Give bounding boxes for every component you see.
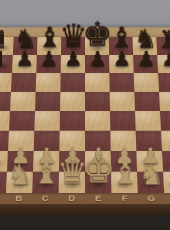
piece-white-queen-d1[interactable]: ♛ — [59, 172, 85, 193]
piece-black-pawn-b7[interactable]: ♟ — [12, 55, 37, 73]
black-pawn-glyph: ♟ — [15, 49, 33, 69]
black-pawn-glyph: ♟ — [161, 49, 170, 69]
black-pawn-glyph: ♟ — [112, 49, 130, 69]
white-king-glyph: ♚ — [82, 152, 115, 189]
piece-white-knight-b1[interactable]: ♞ — [6, 172, 33, 193]
piece-black-pawn-a7[interactable]: ♟ — [0, 55, 13, 73]
piece-white-king-e1[interactable]: ♚ — [85, 172, 111, 193]
chess-scene: ABCDEFGH ♜♞♝♛♚♝♞♜♟♟♟♟♟♟♟♟♟♟♟♟♟♟♟♟♜♞♝♛♚♝♞… — [0, 0, 170, 230]
piece-black-pawn-c7[interactable]: ♟ — [36, 55, 61, 73]
white-knight-glyph: ♞ — [6, 160, 31, 188]
white-bishop-glyph: ♝ — [32, 158, 59, 189]
board-pieces: ♜♞♝♛♚♝♞♜♟♟♟♟♟♟♟♟♟♟♟♟♟♟♟♟♜♞♝♛♚♝♞♜ — [0, 37, 170, 193]
white-rook-glyph: ♜ — [165, 162, 170, 188]
chess-board: ABCDEFGH ♜♞♝♛♚♝♞♜♟♟♟♟♟♟♟♟♟♟♟♟♟♟♟♟♜♞♝♛♚♝♞… — [0, 27, 170, 205]
piece-black-pawn-g7[interactable]: ♟ — [133, 55, 158, 73]
black-pawn-glyph: ♟ — [64, 49, 82, 69]
board-front-edge — [0, 204, 170, 215]
white-knight-glyph: ♞ — [138, 160, 163, 188]
black-pawn-glyph: ♟ — [0, 49, 9, 69]
piece-black-pawn-f7[interactable]: ♟ — [109, 55, 134, 73]
piece-black-pawn-d7[interactable]: ♟ — [61, 55, 85, 73]
piece-white-knight-g1[interactable]: ♞ — [137, 172, 164, 193]
piece-white-bishop-c1[interactable]: ♝ — [32, 172, 59, 193]
piece-white-bishop-f1[interactable]: ♝ — [111, 172, 138, 193]
piece-black-pawn-h7[interactable]: ♟ — [157, 55, 170, 73]
piece-white-rook-h1[interactable]: ♜ — [163, 172, 170, 193]
white-rook-glyph: ♜ — [0, 162, 5, 188]
piece-black-pawn-e7[interactable]: ♟ — [85, 55, 109, 73]
black-pawn-glyph: ♟ — [88, 49, 106, 69]
white-bishop-glyph: ♝ — [111, 158, 138, 189]
black-pawn-glyph: ♟ — [39, 49, 57, 69]
black-pawn-glyph: ♟ — [137, 49, 155, 69]
